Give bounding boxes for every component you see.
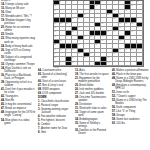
clue-number: 13. <box>75 69 79 72</box>
clue-number: 60. <box>112 122 116 125</box>
cell-number: 65 <box>78 53 80 55</box>
clue-item: 44. Non-Rx <box>1 99 36 102</box>
clue-item: 47. Break an impasse <box>1 107 36 110</box>
clue-item: 24. Body of many bank ads <box>1 45 36 48</box>
cell-number: 3 <box>72 1 73 3</box>
cell-number: 20 <box>84 14 86 16</box>
clue-number: 8. <box>38 131 40 134</box>
cell-number: 45 <box>90 36 92 38</box>
clue-item: 16. Slew <box>1 11 36 14</box>
clue-number: 19. <box>1 19 5 22</box>
clue-item: 54. Blue ghost in a video game <box>1 119 36 125</box>
cell-number: 4 <box>78 1 79 3</box>
clue-item: 67. Ben & Jerry's rival <box>38 84 72 87</box>
cell-number: 36 <box>137 27 139 29</box>
clue-item: 3. Grammy-winning singer Jackson <box>38 108 72 114</box>
cell-number: 34 <box>78 27 80 29</box>
cell-number: 31 <box>125 23 127 25</box>
cell-number: 42 <box>54 36 56 38</box>
clue-item: 45. It may be conventional <box>1 103 36 106</box>
clue-number: 65. <box>38 73 42 76</box>
clue-item: 22. Nimble <box>1 33 36 36</box>
clue-item: 1. Classifieds classification <box>38 100 72 103</box>
clue-number: 48. <box>1 111 5 114</box>
cell-number: 69 <box>72 57 74 59</box>
clue-number: 64. <box>38 69 42 72</box>
clue-item: 31. Word with slow or sales <box>75 107 109 110</box>
cell-number: 25 <box>113 18 115 20</box>
clue-number: 36. <box>75 129 79 132</box>
cell-number: 16 <box>90 10 92 12</box>
clue-item: 65. Sound of a (mocking) robin <box>38 73 72 79</box>
crossword-grid: 1234567891011121314151617181920212223242… <box>53 0 144 67</box>
clues-column-4: 40. Makes a positive affirmation46. Flas… <box>112 69 149 127</box>
clue-number: 66. <box>38 80 42 83</box>
clue-number: 41. <box>1 88 5 91</box>
cell-number: 7 <box>107 1 108 3</box>
cell-number: 2 <box>66 1 67 3</box>
clue-item: 25. British bloke <box>75 84 109 87</box>
clue-item: 48. Inspiration for the 1976 hit single … <box>1 111 36 117</box>
clue-item: 34. Eliza Dushku's role on Dollhouse <box>1 67 36 73</box>
clue-number: 28. <box>75 96 79 99</box>
clue-number: 34. <box>1 67 5 70</box>
clues-column-2: 64. Courtroom attire65. Sound of a (mock… <box>38 69 72 136</box>
cell-number: 39 <box>107 31 109 33</box>
cell-number: 19 <box>54 14 56 16</box>
cell-number: 74 <box>107 62 109 64</box>
clue-item: 4. Fair-weather indicator <box>38 115 72 118</box>
clue-item: 2. Pastoral singer <box>38 104 72 107</box>
cell-number: 46 <box>102 36 104 38</box>
cell-number: 70 <box>84 57 86 59</box>
clue-item: 28. One-time Toastmasters speaker <box>75 96 109 102</box>
cell-number: 49 <box>78 40 80 42</box>
cell-number: 53 <box>78 44 80 46</box>
across-clues-end: 64. Courtroom attire65. Sound of a (mock… <box>38 69 72 95</box>
clue-number: 29. <box>75 103 79 106</box>
clue-number: 23. <box>1 37 5 40</box>
clue-number: 6. <box>38 123 40 126</box>
cell-number: 6 <box>102 1 103 3</box>
clue-item: 48. Name in a 1982-1983 hit by Dexys Mid… <box>112 77 149 83</box>
cell-number: 10 <box>131 1 133 3</box>
clue-number: 53. <box>112 99 116 102</box>
clue-item: 32. Olympic swimmer Thorpe <box>1 63 36 66</box>
clue-number: 14. <box>1 3 5 6</box>
clue-item: 26. Irish mother goddess <box>75 88 109 91</box>
clue-number: 40. <box>112 69 116 72</box>
clue-number: 47. <box>1 107 5 110</box>
clue-item: 7. Another name for Draz <box>38 127 72 130</box>
clue-item: 36. Dwellers in the Painted Desert <box>75 129 109 135</box>
cell-number: 64 <box>54 53 56 55</box>
clue-item: 19. Window shopper's big purchase <box>1 19 36 25</box>
clue-number: 56. <box>112 106 116 109</box>
clue-item: 18. The first aerialist in space <box>75 73 109 76</box>
clue-number: 51. <box>112 91 116 94</box>
cell-number: 18 <box>125 10 127 12</box>
clue-item: 35. Some of Shelley's writings <box>75 122 109 128</box>
cell-number: 54 <box>96 44 98 46</box>
clue-number: 45. <box>1 103 5 106</box>
clue-number: 57. <box>112 110 116 113</box>
cell-number: 9 <box>119 1 120 3</box>
cell-number: 35 <box>119 27 121 29</box>
clue-item: 42. Youngsters <box>1 95 36 98</box>
clue-number: 67. <box>38 84 42 87</box>
clue-number: 21. <box>75 77 79 80</box>
cell-number: 21 <box>107 14 109 16</box>
clue-number: 22. <box>1 33 5 36</box>
clue-item: 40. Makes a positive affirmation <box>112 69 149 72</box>
clue-number: 49. <box>112 84 116 87</box>
clue-number: 5. <box>38 119 40 122</box>
clue-number: 7. <box>38 127 40 130</box>
clue-number: 32. <box>1 63 5 66</box>
clue-item: 52. 7 Down's supper <box>112 95 149 98</box>
cell-number: 43 <box>66 36 68 38</box>
cell-number: 59 <box>84 49 86 51</box>
clue-number: 16. <box>1 11 5 14</box>
cell-number: 14 <box>131 5 133 7</box>
cell-number: 71 <box>107 57 109 59</box>
clue-number: 68. <box>38 88 42 91</box>
cell-number: 40 <box>113 31 115 33</box>
cell-number: 17 <box>113 10 115 12</box>
clue-number: 30. <box>1 56 5 59</box>
clue-number: 35. <box>75 122 79 125</box>
cell-number: 55 <box>54 49 56 51</box>
cell-number: 68 <box>54 57 56 59</box>
clue-number: 34. <box>75 118 79 121</box>
cell-number: 26 <box>54 23 56 25</box>
cell-number: 57 <box>66 49 68 51</box>
clue-number: 26. <box>1 49 5 52</box>
clue-number: 58. <box>112 114 116 117</box>
cell-number: 63 <box>137 49 139 51</box>
cell-number: 33 <box>54 27 56 29</box>
cell-number: 52 <box>54 44 56 46</box>
clue-item: 46. Flash in the brain pan <box>112 73 149 76</box>
clue-number: 4. <box>38 115 40 118</box>
clue-item: 23. What many reporters may work on <box>1 37 36 43</box>
clue-item: 57. Like "It" or Thing <box>112 110 149 113</box>
cell-number: 72 <box>54 62 56 64</box>
clue-number: 31. <box>75 107 79 110</box>
clue-number: 33. <box>75 111 79 114</box>
clue-number: 69. <box>38 92 42 95</box>
cell-number: 38 <box>72 31 74 33</box>
clue-number: 42. <box>1 95 5 98</box>
clue-number: 20. <box>1 26 5 29</box>
cell-number: 47 <box>125 36 127 38</box>
clue-item: 26. Sign of DTs or Disney castle <box>1 49 36 55</box>
clue-item: 27. Jack and Jill's burden <box>75 92 109 95</box>
clue-item: 29. Destitution <box>75 103 109 106</box>
clue-item: 41. Don't fret if you mistake it for a l… <box>1 88 36 94</box>
clue-item: 56. Keith component <box>112 106 149 109</box>
clue-item: keepers <box>1 0 36 2</box>
cell-number: 8 <box>113 1 114 3</box>
cell-number: 12 <box>54 5 56 7</box>
clue-item: 38. Opportunity to hurl in a stadium <box>1 81 36 87</box>
clue-item: 33. Target of some spam work <box>75 111 109 117</box>
cell-number: 51 <box>119 40 121 42</box>
cell-number: 73 <box>72 62 74 64</box>
clue-item: 60. 100 lbs. <box>112 122 149 125</box>
cell-number: 11 <box>137 1 139 3</box>
clue-item: 58. Groups <box>112 114 149 117</box>
clue-item: 49. Emulates a contemporary NPR DJ <box>112 84 149 90</box>
clue-number: 15. <box>1 7 5 10</box>
clue-item: 66. Start of a conclusion <box>38 80 72 83</box>
cell-number: 1 <box>60 1 61 3</box>
clue-number: 48. <box>112 77 116 80</box>
clue-item: 51. Inner circle <box>112 91 149 94</box>
clue-number: 2. <box>38 104 40 107</box>
cell-number: 37 <box>54 31 56 33</box>
cell-number: 24 <box>78 18 80 20</box>
clue-number: 38. <box>1 81 5 84</box>
clue-number: 18. <box>75 73 79 76</box>
clue-number: 3. <box>38 108 40 111</box>
across-clues-column: keepers14. It keeps a keep safe15. Many … <box>1 0 36 126</box>
clue-item: 69. DOS component <box>38 92 72 95</box>
cell-number: 44 <box>84 36 86 38</box>
clue-item: 14. It keeps a keep safe <box>1 3 36 6</box>
cell-number: 28 <box>66 23 68 25</box>
cell-number: 29 <box>102 23 104 25</box>
clue-number: 17. <box>1 15 5 18</box>
clue-number: 52. <box>112 95 116 98</box>
cell-number: 32 <box>131 23 133 25</box>
clue-item: 64. Courtroom attire <box>38 69 72 72</box>
cell-number: 48 <box>60 40 62 42</box>
down-section-header: DOWN <box>38 96 72 99</box>
clue-number: 25. <box>75 84 79 87</box>
clue-item: 20. Honor for an extreme athlete <box>1 26 36 32</box>
cell-number: 23 <box>72 18 74 20</box>
clue-number: 36. <box>1 74 5 77</box>
cell-number: 30 <box>119 23 121 25</box>
clue-item: 30. Subject of a congested exchange <box>1 56 36 62</box>
clue-number: 59. <box>112 118 116 121</box>
clue-number: 1. <box>38 100 40 103</box>
clue-number: 54. <box>1 119 5 122</box>
clue-item: 15. Many an IM user <box>1 7 36 10</box>
cell-number: 22 <box>119 14 121 16</box>
clue-item: 6. Comfort <box>38 123 72 126</box>
cell-number: 58 <box>72 49 74 51</box>
clue-item: 68. WWII weapons <box>38 88 72 91</box>
black-cell <box>137 62 143 66</box>
clue-number: 27. <box>75 92 79 95</box>
clue-item: 17. Mendelssohn's "Mrs."? <box>1 15 36 18</box>
clue-item: 21. Equipment for the modern pentathlon <box>75 77 109 83</box>
cell-number: 61 <box>125 49 127 51</box>
clue-item: 34. Brobdingnagian <box>75 118 109 121</box>
clues-column-3: 13. Asks18. The first aerialist in space… <box>75 69 109 137</box>
clue-number: 46. <box>112 73 116 76</box>
cell-number: 13 <box>96 5 98 7</box>
cell-number: 62 <box>131 49 133 51</box>
cell-number: 27 <box>60 23 62 25</box>
cell-number: 60 <box>119 49 121 51</box>
clue-item: 36. Place for a Blackhawk, Duck, or Peng… <box>1 74 36 80</box>
clue-item: 8. Smit <box>38 131 72 134</box>
clue-item: 53. Name in a 1966 hit by The Beatles <box>112 99 149 105</box>
down-clues-start: 1. Classifieds classification2. Pastoral… <box>38 100 72 134</box>
clue-number: 24. <box>1 45 5 48</box>
cell-number: 67 <box>113 53 115 55</box>
cell-number: 15 <box>54 10 56 12</box>
cell-number: 5 <box>84 1 85 3</box>
clue-number: 26. <box>75 88 79 91</box>
cell-number: 41 <box>131 31 133 33</box>
clue-item: 5. Fire fighters' descent <box>38 119 72 122</box>
cell-number: 50 <box>102 40 104 42</box>
clue-item: 59. Some fast roadsters <box>112 118 149 121</box>
clue-item: 13. Asks <box>75 69 109 72</box>
cell-number: 66 <box>90 53 92 55</box>
cell-number: 56 <box>60 49 62 51</box>
clue-number: 44. <box>1 99 5 102</box>
